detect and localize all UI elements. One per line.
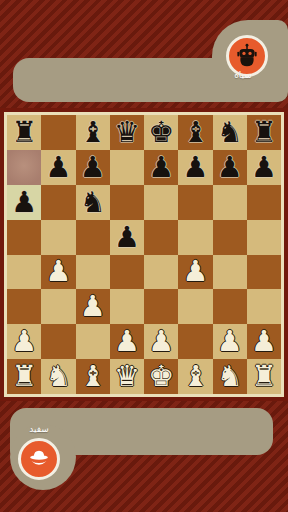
white-pawn-e2[interactable]: ♟	[148, 327, 174, 356]
square-b1[interactable]: ♞	[41, 359, 75, 394]
white-pawn-c3[interactable]: ♟	[80, 292, 106, 321]
spy-hat-icon	[26, 446, 52, 472]
square-c1[interactable]: ♝	[76, 359, 110, 394]
chess-board-frame: ♜♝♛♚♝♞♜♟♟♟♟♟♟♟♞♟♟♟♟♟♟♟♟♟♜♞♝♛♚♝♞♜	[0, 108, 288, 401]
white-knight-b1[interactable]: ♞	[45, 362, 71, 391]
square-g6[interactable]	[213, 185, 247, 220]
white-king-e1[interactable]: ♚	[148, 362, 174, 391]
square-a4[interactable]	[7, 255, 41, 290]
square-f1[interactable]: ♝	[178, 359, 212, 394]
square-a3[interactable]	[7, 289, 41, 324]
square-f3[interactable]	[178, 289, 212, 324]
square-g4[interactable]	[213, 255, 247, 290]
square-e3[interactable]	[144, 289, 178, 324]
square-g7[interactable]: ♟	[213, 150, 247, 185]
square-g2[interactable]: ♟	[213, 324, 247, 359]
black-pawn-e7[interactable]: ♟	[148, 153, 174, 182]
black-pawn-h7[interactable]: ♟	[251, 153, 277, 182]
white-rook-h1[interactable]: ♜	[251, 362, 277, 391]
square-d4[interactable]	[110, 255, 144, 290]
square-d6[interactable]	[110, 185, 144, 220]
game-screen: سیاه ♜♝♛♚♝♞♜♟♟♟♟♟♟♟♞♟♟♟♟♟♟♟♟♟♜♞♝♛♚♝♞♜ سف…	[0, 0, 288, 512]
black-bishop-c8[interactable]: ♝	[80, 118, 106, 147]
square-f5[interactable]	[178, 220, 212, 255]
square-c2[interactable]	[76, 324, 110, 359]
square-f6[interactable]	[178, 185, 212, 220]
square-e7[interactable]: ♟	[144, 150, 178, 185]
white-rook-a1[interactable]: ♜	[11, 362, 37, 391]
square-b6[interactable]	[41, 185, 75, 220]
square-d7[interactable]	[110, 150, 144, 185]
square-c7[interactable]: ♟	[76, 150, 110, 185]
square-c4[interactable]	[76, 255, 110, 290]
square-h1[interactable]: ♜	[247, 359, 281, 394]
square-d3[interactable]	[110, 289, 144, 324]
black-pawn-b7[interactable]: ♟	[45, 153, 71, 182]
square-c3[interactable]: ♟	[76, 289, 110, 324]
square-b2[interactable]	[41, 324, 75, 359]
square-b7[interactable]: ♟	[41, 150, 75, 185]
player-name: سفید	[8, 424, 70, 434]
square-g3[interactable]	[213, 289, 247, 324]
robot-icon	[234, 43, 260, 69]
black-pawn-g7[interactable]: ♟	[217, 153, 243, 182]
square-g5[interactable]	[213, 220, 247, 255]
square-e6[interactable]	[144, 185, 178, 220]
square-e4[interactable]	[144, 255, 178, 290]
white-pawn-g2[interactable]: ♟	[217, 327, 243, 356]
chess-board[interactable]: ♜♝♛♚♝♞♜♟♟♟♟♟♟♟♞♟♟♟♟♟♟♟♟♟♜♞♝♛♚♝♞♜	[7, 115, 281, 394]
square-f8[interactable]: ♝	[178, 115, 212, 150]
square-a5[interactable]	[7, 220, 41, 255]
square-d1[interactable]: ♛	[110, 359, 144, 394]
opponent-name: سیاه	[213, 70, 273, 80]
square-c5[interactable]	[76, 220, 110, 255]
white-pawn-a2[interactable]: ♟	[11, 327, 37, 356]
square-a6[interactable]: ♟	[7, 185, 41, 220]
square-b3[interactable]	[41, 289, 75, 324]
square-h4[interactable]	[247, 255, 281, 290]
white-bishop-f1[interactable]: ♝	[182, 362, 208, 391]
black-rook-h8[interactable]: ♜	[251, 118, 277, 147]
square-h5[interactable]	[247, 220, 281, 255]
square-c6[interactable]: ♞	[76, 185, 110, 220]
white-pawn-b4[interactable]: ♟	[45, 257, 71, 286]
square-g1[interactable]: ♞	[213, 359, 247, 394]
white-pawn-f4[interactable]: ♟	[182, 257, 208, 286]
player-avatar[interactable]	[18, 438, 60, 480]
chess-board-border: ♜♝♛♚♝♞♜♟♟♟♟♟♟♟♞♟♟♟♟♟♟♟♟♟♜♞♝♛♚♝♞♜	[4, 112, 284, 397]
black-queen-d8[interactable]: ♛	[114, 118, 140, 147]
square-a7[interactable]	[7, 150, 41, 185]
square-h3[interactable]	[247, 289, 281, 324]
square-e5[interactable]	[144, 220, 178, 255]
white-bishop-c1[interactable]: ♝	[80, 362, 106, 391]
white-pawn-h2[interactable]: ♟	[251, 327, 277, 356]
square-e8[interactable]: ♚	[144, 115, 178, 150]
square-b4[interactable]: ♟	[41, 255, 75, 290]
square-g8[interactable]: ♞	[213, 115, 247, 150]
square-d8[interactable]: ♛	[110, 115, 144, 150]
black-bishop-f8[interactable]: ♝	[182, 118, 208, 147]
square-h6[interactable]	[247, 185, 281, 220]
square-f4[interactable]: ♟	[178, 255, 212, 290]
black-pawn-c7[interactable]: ♟	[80, 153, 106, 182]
square-a1[interactable]: ♜	[7, 359, 41, 394]
black-knight-g8[interactable]: ♞	[217, 118, 243, 147]
square-c8[interactable]: ♝	[76, 115, 110, 150]
black-pawn-f7[interactable]: ♟	[182, 153, 208, 182]
white-queen-d1[interactable]: ♛	[114, 362, 140, 391]
square-h7[interactable]: ♟	[247, 150, 281, 185]
square-a2[interactable]: ♟	[7, 324, 41, 359]
square-d2[interactable]: ♟	[110, 324, 144, 359]
square-a8[interactable]: ♜	[7, 115, 41, 150]
black-knight-c6[interactable]: ♞	[80, 188, 106, 217]
square-f7[interactable]: ♟	[178, 150, 212, 185]
black-king-e8[interactable]: ♚	[148, 118, 174, 147]
black-pawn-d5[interactable]: ♟	[114, 223, 140, 252]
square-h8[interactable]: ♜	[247, 115, 281, 150]
square-e2[interactable]: ♟	[144, 324, 178, 359]
square-e1[interactable]: ♚	[144, 359, 178, 394]
black-pawn-a6[interactable]: ♟	[11, 188, 37, 217]
white-pawn-d2[interactable]: ♟	[114, 327, 140, 356]
square-f2[interactable]	[178, 324, 212, 359]
square-b5[interactable]	[41, 220, 75, 255]
square-b8[interactable]	[41, 115, 75, 150]
black-rook-a8[interactable]: ♜	[11, 118, 37, 147]
square-d5[interactable]: ♟	[110, 220, 144, 255]
white-knight-g1[interactable]: ♞	[217, 362, 243, 391]
square-h2[interactable]: ♟	[247, 324, 281, 359]
